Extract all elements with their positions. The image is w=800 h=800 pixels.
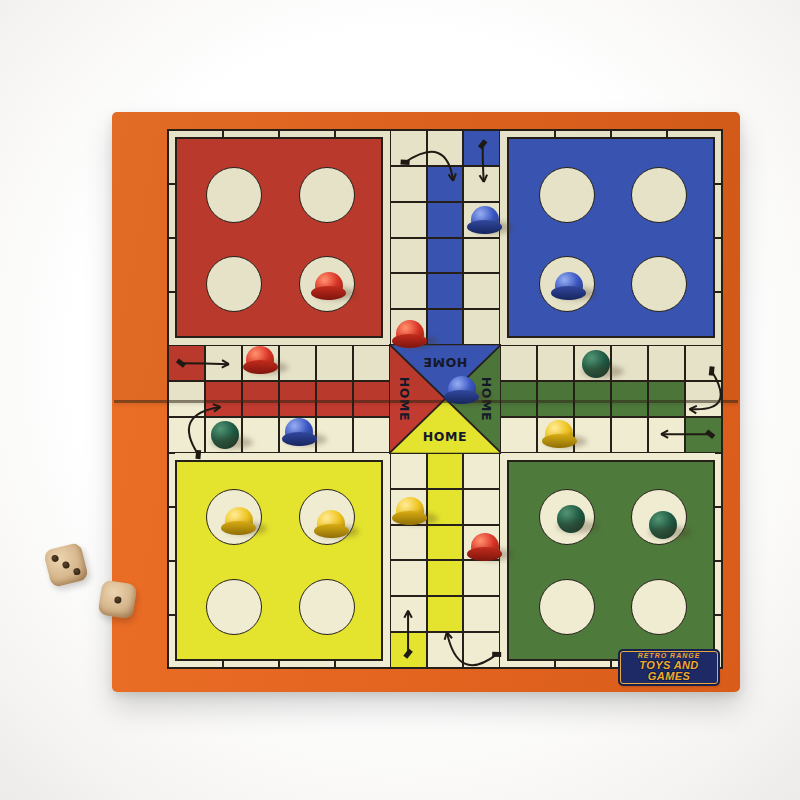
home-label-blue: HOME — [423, 355, 467, 370]
base-red — [168, 130, 390, 345]
base-square-blue — [507, 137, 715, 338]
pawn-green-12[interactable] — [649, 511, 677, 539]
pawn-yellow-13[interactable] — [396, 497, 424, 525]
base-square-yellow — [175, 460, 383, 661]
die-pip — [62, 561, 70, 569]
base-circle-red[interactable] — [206, 167, 262, 223]
cell-r2c7[interactable] — [390, 166, 427, 202]
cell-r6c9[interactable] — [463, 309, 500, 345]
pawn-red-2[interactable] — [396, 320, 424, 348]
cell-r15c7[interactable] — [390, 632, 427, 668]
cell-r9c3[interactable] — [242, 417, 279, 453]
pawn-yellow-14[interactable] — [545, 420, 573, 448]
base-circle-blue[interactable] — [539, 167, 595, 223]
cell-r14c9[interactable] — [463, 596, 500, 632]
home-label-yellow: HOME — [423, 428, 467, 443]
cell-r13c8[interactable] — [427, 560, 464, 596]
cell-r5c8[interactable] — [427, 273, 464, 309]
pawn-blue-6[interactable] — [285, 418, 313, 446]
cell-r10c9[interactable] — [463, 453, 500, 489]
cell-r8c15[interactable] — [685, 381, 722, 417]
base-circle-green[interactable] — [539, 579, 595, 635]
cell-r12c8[interactable] — [427, 525, 464, 561]
base-circle-blue[interactable] — [631, 256, 687, 312]
cell-r2c9[interactable] — [463, 166, 500, 202]
die-pip — [51, 554, 59, 562]
pawn-blue-7[interactable] — [448, 376, 476, 404]
base-yellow — [168, 453, 390, 668]
cell-r8c5[interactable] — [316, 381, 353, 417]
base-circle-yellow[interactable] — [299, 579, 355, 635]
cell-r8c12[interactable] — [574, 381, 611, 417]
cell-r7c15[interactable] — [685, 345, 722, 381]
cell-r9c12[interactable] — [574, 417, 611, 453]
cell-r9c10[interactable] — [500, 417, 537, 453]
cell-r15c8[interactable] — [427, 632, 464, 668]
pawn-yellow-16[interactable] — [317, 510, 345, 538]
cell-r9c13[interactable] — [611, 417, 648, 453]
cell-r7c5[interactable] — [316, 345, 353, 381]
cell-r8c1[interactable] — [168, 381, 205, 417]
cell-r1c7[interactable] — [390, 130, 427, 166]
cell-r8c14[interactable] — [648, 381, 685, 417]
photo-scene: HOME HOME HOME HOME RETRO RANGE TOYS AND… — [0, 0, 800, 800]
board-fold-line — [114, 400, 738, 403]
cell-r7c14[interactable] — [648, 345, 685, 381]
cell-r14c8[interactable] — [427, 596, 464, 632]
pawn-red-1[interactable] — [246, 346, 274, 374]
brand-label-line2: TOYS AND GAMES — [621, 660, 717, 683]
cell-r1c9[interactable] — [463, 130, 500, 166]
cell-r2c8[interactable] — [427, 166, 464, 202]
cell-r1c8[interactable] — [427, 130, 464, 166]
cell-r3c8[interactable] — [427, 202, 464, 238]
tick-marks — [500, 130, 722, 137]
cell-r7c2[interactable] — [205, 345, 242, 381]
tick-marks — [715, 130, 722, 345]
pawn-yellow-15[interactable] — [225, 507, 253, 535]
brand-label: RETRO RANGE TOYS AND GAMES — [620, 651, 718, 684]
cell-r8c13[interactable] — [611, 381, 648, 417]
home-label-red: HOME — [396, 377, 411, 421]
pawn-green-11[interactable] — [557, 505, 585, 533]
board-play-area: HOME HOME HOME HOME — [168, 130, 722, 668]
cell-r7c1[interactable] — [168, 345, 205, 381]
cell-r7c6[interactable] — [353, 345, 390, 381]
die-pip — [113, 595, 121, 603]
tick-marks — [168, 130, 390, 137]
die-2-showing-1[interactable] — [97, 579, 137, 619]
cell-r5c7[interactable] — [390, 273, 427, 309]
cell-r10c7[interactable] — [390, 453, 427, 489]
tick-marks — [168, 453, 175, 668]
tick-marks — [168, 130, 175, 345]
cell-r8c10[interactable] — [500, 381, 537, 417]
die-pip — [73, 567, 81, 575]
cell-r13c9[interactable] — [463, 560, 500, 596]
base-circle-red[interactable] — [299, 167, 355, 223]
pawn-red-3[interactable] — [471, 533, 499, 561]
cell-r9c14[interactable] — [648, 417, 685, 453]
cell-r5c9[interactable] — [463, 273, 500, 309]
cell-r8c11[interactable] — [537, 381, 574, 417]
cell-r14c7[interactable] — [390, 596, 427, 632]
cell-r7c10[interactable] — [500, 345, 537, 381]
tick-marks — [715, 453, 722, 668]
pawn-blue-5[interactable] — [471, 206, 499, 234]
cell-r13c7[interactable] — [390, 560, 427, 596]
base-square-green — [507, 460, 715, 661]
cell-r8c3[interactable] — [242, 381, 279, 417]
cell-r7c11[interactable] — [537, 345, 574, 381]
pawn-green-10[interactable] — [582, 350, 610, 378]
cell-r4c7[interactable] — [390, 238, 427, 274]
cell-r8c6[interactable] — [353, 381, 390, 417]
pawn-red-4[interactable] — [315, 272, 343, 300]
cell-r12c7[interactable] — [390, 525, 427, 561]
pawn-green-9[interactable] — [211, 421, 239, 449]
pawn-blue-8[interactable] — [555, 272, 583, 300]
base-green — [500, 453, 722, 668]
cell-r9c6[interactable] — [353, 417, 390, 453]
base-circle-blue[interactable] — [631, 167, 687, 223]
base-square-red — [175, 137, 383, 338]
base-circle-yellow[interactable] — [206, 579, 262, 635]
base-circle-red[interactable] — [206, 256, 262, 312]
base-circle-green[interactable] — [631, 579, 687, 635]
cell-r8c2[interactable] — [205, 381, 242, 417]
cell-r8c4[interactable] — [279, 381, 316, 417]
cell-r3c7[interactable] — [390, 202, 427, 238]
cell-r9c1[interactable] — [168, 417, 205, 453]
cell-r11c9[interactable] — [463, 489, 500, 525]
die-1-showing-3[interactable] — [43, 542, 89, 588]
cell-r10c8[interactable] — [427, 453, 464, 489]
base-blue — [500, 130, 722, 345]
cell-r4c8[interactable] — [427, 238, 464, 274]
cell-r4c9[interactable] — [463, 238, 500, 274]
ludo-board: HOME HOME HOME HOME RETRO RANGE TOYS AND… — [112, 112, 740, 692]
cell-r15c9[interactable] — [463, 632, 500, 668]
cell-r9c15[interactable] — [685, 417, 722, 453]
tick-marks — [168, 661, 390, 668]
